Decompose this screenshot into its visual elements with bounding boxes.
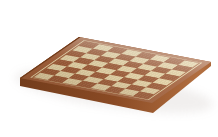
product-photo-canvas xyxy=(0,0,218,137)
